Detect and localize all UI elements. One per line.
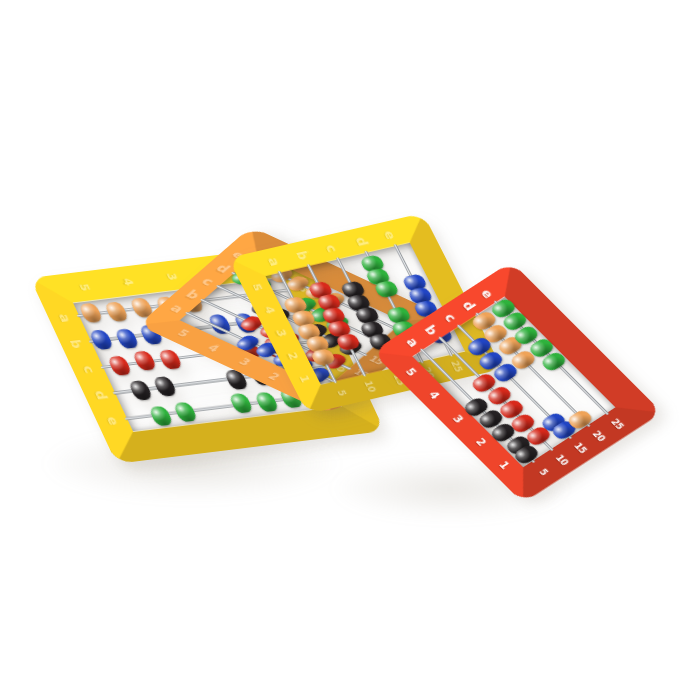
product-photo-stage: a5b10c15d20e2554321 a5b10c15d20e2554321 …: [0, 0, 700, 700]
